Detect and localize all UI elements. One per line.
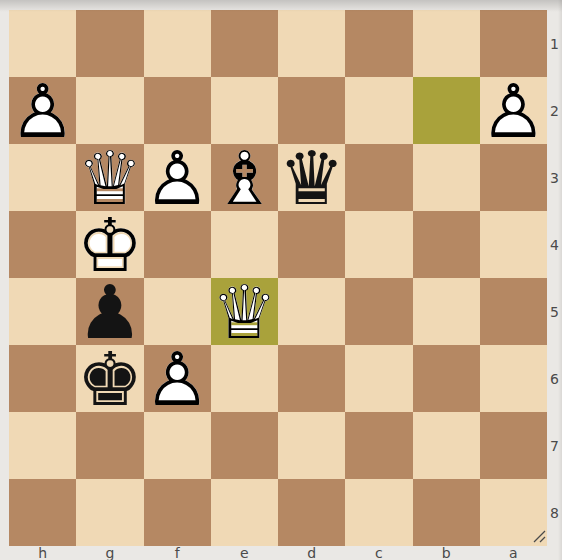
- file-label-h: h: [9, 545, 76, 560]
- square-h6[interactable]: [9, 345, 76, 412]
- file-label-c: c: [345, 545, 412, 560]
- square-c6[interactable]: [345, 345, 412, 412]
- square-d1[interactable]: [278, 10, 345, 77]
- resize-grip-icon[interactable]: [531, 528, 548, 545]
- file-label-g: g: [76, 545, 143, 560]
- white-pawn[interactable]: ♟♙: [9, 77, 76, 144]
- rank-label-2: 2: [547, 77, 562, 144]
- square-h7[interactable]: [9, 412, 76, 479]
- square-e7[interactable]: [211, 412, 278, 479]
- rank-label-7: 7: [547, 412, 562, 479]
- square-b2[interactable]: [413, 77, 480, 144]
- square-e5[interactable]: ♛♕: [211, 278, 278, 345]
- rank-label-1: 1: [547, 10, 562, 77]
- square-e6[interactable]: [211, 345, 278, 412]
- piece-fill-glyph: ♛: [278, 141, 344, 215]
- square-b1[interactable]: [413, 10, 480, 77]
- square-d5[interactable]: [278, 278, 345, 345]
- piece-outline-glyph: ♙: [480, 74, 546, 148]
- piece-outline-glyph: ♙: [9, 74, 75, 148]
- square-f1[interactable]: [144, 10, 211, 77]
- rank-label-3: 3: [547, 144, 562, 211]
- square-c8[interactable]: [345, 479, 412, 546]
- square-d4[interactable]: [278, 211, 345, 278]
- white-pawn[interactable]: ♟♙: [480, 77, 547, 144]
- white-pawn[interactable]: ♟♙: [144, 345, 211, 412]
- square-g7[interactable]: [76, 412, 143, 479]
- square-h5[interactable]: [9, 278, 76, 345]
- square-a7[interactable]: [480, 412, 547, 479]
- square-d6[interactable]: [278, 345, 345, 412]
- square-h2[interactable]: ♟♙: [9, 77, 76, 144]
- square-e8[interactable]: [211, 479, 278, 546]
- rank-label-6: 6: [547, 345, 562, 412]
- rank-label-8: 8: [547, 479, 562, 546]
- square-g6[interactable]: ♚: [76, 345, 143, 412]
- rank-coordinates: 12345678: [547, 10, 562, 546]
- square-b8[interactable]: [413, 479, 480, 546]
- square-d8[interactable]: [278, 479, 345, 546]
- square-h8[interactable]: [9, 479, 76, 546]
- square-h4[interactable]: [9, 211, 76, 278]
- square-c1[interactable]: [345, 10, 412, 77]
- piece-outline-glyph: ♕: [211, 275, 277, 349]
- white-queen[interactable]: ♛♕: [211, 278, 278, 345]
- square-f7[interactable]: [144, 412, 211, 479]
- square-c5[interactable]: [345, 278, 412, 345]
- file-label-a: a: [480, 545, 547, 560]
- square-a5[interactable]: [480, 278, 547, 345]
- square-a2[interactable]: ♟♙: [480, 77, 547, 144]
- square-a4[interactable]: [480, 211, 547, 278]
- piece-outline-glyph: ♙: [144, 342, 210, 416]
- square-c3[interactable]: [345, 144, 412, 211]
- square-h3[interactable]: [9, 144, 76, 211]
- square-c4[interactable]: [345, 211, 412, 278]
- white-bishop[interactable]: ♝♗: [211, 144, 278, 211]
- black-king[interactable]: ♚: [76, 345, 143, 412]
- square-f8[interactable]: [144, 479, 211, 546]
- square-b4[interactable]: [413, 211, 480, 278]
- square-b3[interactable]: [413, 144, 480, 211]
- chess-board[interactable]: ♟♙♟♙♛♕♟♙♝♗♛♚♔♟♛♕♚♟♙: [9, 10, 547, 546]
- square-b7[interactable]: [413, 412, 480, 479]
- square-e3[interactable]: ♝♗: [211, 144, 278, 211]
- piece-fill-glyph: ♚: [77, 342, 143, 416]
- square-b5[interactable]: [413, 278, 480, 345]
- square-c7[interactable]: [345, 412, 412, 479]
- square-b6[interactable]: [413, 345, 480, 412]
- square-c2[interactable]: [345, 77, 412, 144]
- file-label-d: d: [278, 545, 345, 560]
- square-g1[interactable]: [76, 10, 143, 77]
- white-pawn[interactable]: ♟♙: [144, 144, 211, 211]
- rank-label-4: 4: [547, 211, 562, 278]
- square-e1[interactable]: [211, 10, 278, 77]
- black-queen[interactable]: ♛: [278, 144, 345, 211]
- rank-label-5: 5: [547, 278, 562, 345]
- square-g8[interactable]: [76, 479, 143, 546]
- square-f6[interactable]: ♟♙: [144, 345, 211, 412]
- square-d3[interactable]: ♛: [278, 144, 345, 211]
- square-f3[interactable]: ♟♙: [144, 144, 211, 211]
- square-a6[interactable]: [480, 345, 547, 412]
- square-a3[interactable]: [480, 144, 547, 211]
- file-label-f: f: [144, 545, 211, 560]
- piece-outline-glyph: ♙: [144, 141, 210, 215]
- square-f4[interactable]: [144, 211, 211, 278]
- file-label-e: e: [211, 545, 278, 560]
- file-coordinates: hgfedcba: [9, 545, 547, 560]
- piece-outline-glyph: ♗: [211, 141, 277, 215]
- file-label-b: b: [413, 545, 480, 560]
- square-d7[interactable]: [278, 412, 345, 479]
